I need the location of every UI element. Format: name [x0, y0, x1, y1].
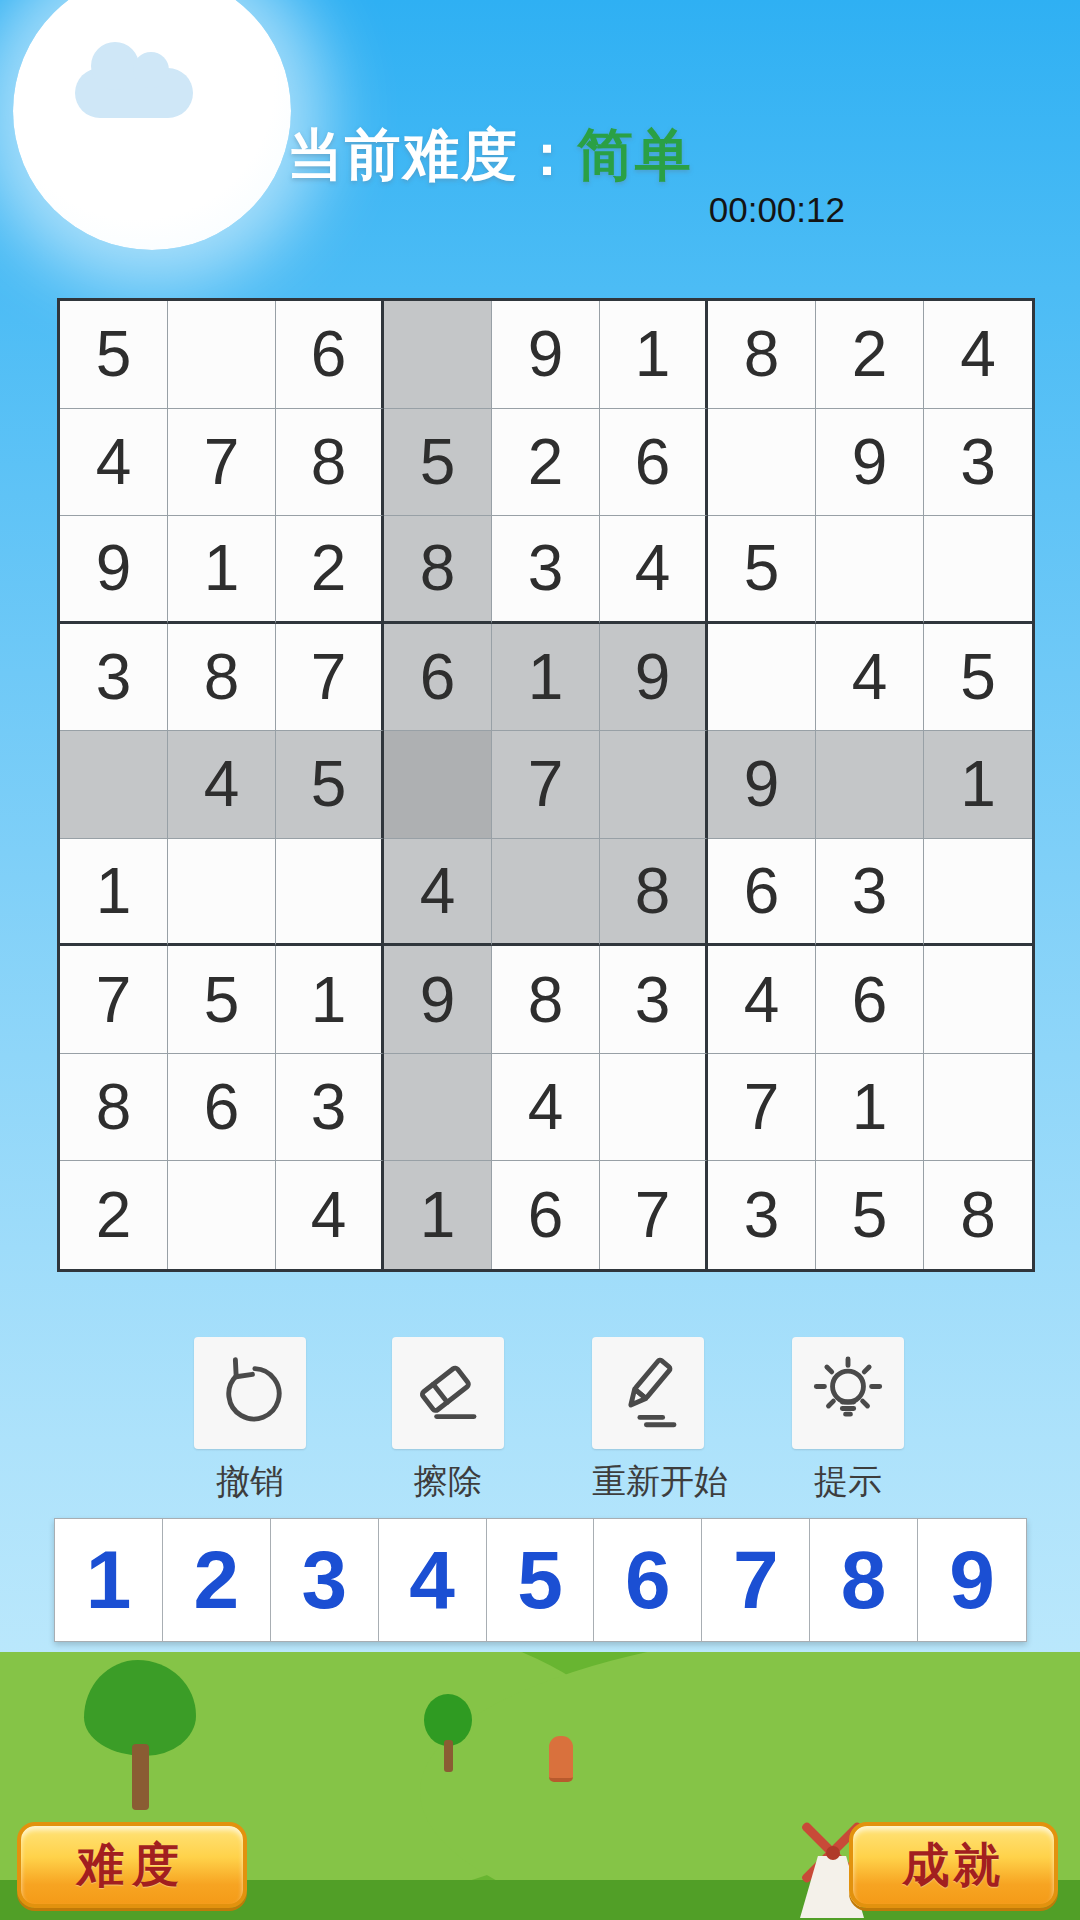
- sudoku-cell-r8c5[interactable]: 4: [492, 1054, 600, 1162]
- eraser-icon: [392, 1337, 504, 1449]
- sudoku-cell-r8c6[interactable]: [600, 1054, 708, 1162]
- sudoku-cell-r4c1[interactable]: 3: [60, 624, 168, 732]
- numpad-key-4[interactable]: 4: [379, 1519, 487, 1641]
- restart-button[interactable]: 重新开始: [592, 1337, 704, 1505]
- sudoku-cell-r4c6[interactable]: 9: [600, 624, 708, 732]
- sudoku-cell-r4c4[interactable]: 6: [384, 624, 492, 732]
- sudoku-cell-r7c1[interactable]: 7: [60, 946, 168, 1054]
- sudoku-cell-r3c8[interactable]: [816, 516, 924, 624]
- sudoku-cell-r8c4[interactable]: [384, 1054, 492, 1162]
- sudoku-cell-r2c5[interactable]: 2: [492, 409, 600, 517]
- page-title: 当前难度：简单: [0, 118, 980, 194]
- sudoku-cell-r1c2[interactable]: [168, 301, 276, 409]
- sudoku-cell-r1c7[interactable]: 8: [708, 301, 816, 409]
- sudoku-cell-r4c8[interactable]: 4: [816, 624, 924, 732]
- sudoku-cell-r7c5[interactable]: 8: [492, 946, 600, 1054]
- numpad-key-8[interactable]: 8: [810, 1519, 918, 1641]
- sudoku-cell-r6c1[interactable]: 1: [60, 839, 168, 947]
- sudoku-cell-r5c8[interactable]: [816, 731, 924, 839]
- sudoku-cell-r3c2[interactable]: 1: [168, 516, 276, 624]
- sudoku-cell-r9c6[interactable]: 7: [600, 1161, 708, 1269]
- hint-button[interactable]: 提示: [792, 1337, 904, 1505]
- sudoku-cell-r6c6[interactable]: 8: [600, 839, 708, 947]
- sudoku-cell-r2c7[interactable]: [708, 409, 816, 517]
- numpad-key-3[interactable]: 3: [271, 1519, 379, 1641]
- sudoku-cell-r6c9[interactable]: [924, 839, 1032, 947]
- sudoku-cell-r7c7[interactable]: 4: [708, 946, 816, 1054]
- sudoku-cell-r6c3[interactable]: [276, 839, 384, 947]
- sudoku-cell-r3c6[interactable]: 4: [600, 516, 708, 624]
- sudoku-cell-r1c8[interactable]: 2: [816, 301, 924, 409]
- sudoku-cell-r9c3[interactable]: 4: [276, 1161, 384, 1269]
- sudoku-cell-r4c9[interactable]: 5: [924, 624, 1032, 732]
- sudoku-cell-r9c8[interactable]: 5: [816, 1161, 924, 1269]
- sudoku-cell-r9c1[interactable]: 2: [60, 1161, 168, 1269]
- sudoku-board: 5691824478526939128345387619454579114863…: [57, 298, 1035, 1272]
- sudoku-cell-r7c6[interactable]: 3: [600, 946, 708, 1054]
- numpad-key-5[interactable]: 5: [487, 1519, 595, 1641]
- achievement-button[interactable]: 成就: [849, 1822, 1058, 1908]
- sudoku-cell-r8c9[interactable]: [924, 1054, 1032, 1162]
- sudoku-cell-r1c9[interactable]: 4: [924, 301, 1032, 409]
- sudoku-cell-r1c5[interactable]: 9: [492, 301, 600, 409]
- erase-label: 擦除: [414, 1459, 482, 1505]
- sudoku-cell-r6c2[interactable]: [168, 839, 276, 947]
- sudoku-cell-r2c1[interactable]: 4: [60, 409, 168, 517]
- sudoku-cell-r6c7[interactable]: 6: [708, 839, 816, 947]
- sudoku-cell-r2c3[interactable]: 8: [276, 409, 384, 517]
- sudoku-cell-r3c4[interactable]: 8: [384, 516, 492, 624]
- sudoku-cell-r2c2[interactable]: 7: [168, 409, 276, 517]
- sudoku-cell-r5c1[interactable]: [60, 731, 168, 839]
- sudoku-cell-r8c7[interactable]: 7: [708, 1054, 816, 1162]
- sudoku-cell-r6c8[interactable]: 3: [816, 839, 924, 947]
- sudoku-cell-r8c2[interactable]: 6: [168, 1054, 276, 1162]
- sudoku-cell-r3c9[interactable]: [924, 516, 1032, 624]
- sudoku-cell-r5c5[interactable]: 7: [492, 731, 600, 839]
- undo-icon: [194, 1337, 306, 1449]
- sudoku-cell-r3c1[interactable]: 9: [60, 516, 168, 624]
- sudoku-cell-r3c3[interactable]: 2: [276, 516, 384, 624]
- sudoku-cell-r2c8[interactable]: 9: [816, 409, 924, 517]
- sudoku-cell-r9c5[interactable]: 6: [492, 1161, 600, 1269]
- sudoku-cell-r5c3[interactable]: 5: [276, 731, 384, 839]
- restart-label: 重新开始: [592, 1459, 728, 1505]
- sudoku-cell-r2c4[interactable]: 5: [384, 409, 492, 517]
- sudoku-cell-r1c6[interactable]: 1: [600, 301, 708, 409]
- lightbulb-icon: [792, 1337, 904, 1449]
- sudoku-cell-r1c1[interactable]: 5: [60, 301, 168, 409]
- sudoku-cell-r4c2[interactable]: 8: [168, 624, 276, 732]
- sudoku-cell-r3c5[interactable]: 3: [492, 516, 600, 624]
- erase-button[interactable]: 擦除: [392, 1337, 504, 1505]
- numpad-key-7[interactable]: 7: [702, 1519, 810, 1641]
- sudoku-app: 当前难度：简单 00:00:12 56918244785269391283453…: [0, 0, 1080, 1920]
- difficulty-button[interactable]: 难度: [17, 1822, 247, 1908]
- sudoku-cell-r2c6[interactable]: 6: [600, 409, 708, 517]
- undo-button[interactable]: 撤销: [194, 1337, 306, 1505]
- sudoku-cell-r5c7[interactable]: 9: [708, 731, 816, 839]
- sudoku-cell-r6c5[interactable]: [492, 839, 600, 947]
- difficulty-value: 简单: [577, 123, 693, 186]
- sudoku-cell-r5c4[interactable]: [384, 731, 492, 839]
- sudoku-cell-r7c9[interactable]: [924, 946, 1032, 1054]
- sudoku-cell-r5c2[interactable]: 4: [168, 731, 276, 839]
- sudoku-cell-r9c7[interactable]: 3: [708, 1161, 816, 1269]
- sudoku-cell-r8c8[interactable]: 1: [816, 1054, 924, 1162]
- number-pad: 123456789: [54, 1518, 1027, 1642]
- sudoku-cell-r6c4[interactable]: 4: [384, 839, 492, 947]
- sudoku-cell-r9c2[interactable]: [168, 1161, 276, 1269]
- sudoku-cell-r7c2[interactable]: 5: [168, 946, 276, 1054]
- sudoku-cell-r9c4[interactable]: 1: [384, 1161, 492, 1269]
- sudoku-cell-r5c9[interactable]: 1: [924, 731, 1032, 839]
- numpad-key-6[interactable]: 6: [594, 1519, 702, 1641]
- sudoku-cell-r1c4[interactable]: [384, 301, 492, 409]
- tree-icon: [84, 1660, 196, 1810]
- numpad-key-9[interactable]: 9: [918, 1519, 1026, 1641]
- sudoku-cell-r7c8[interactable]: 6: [816, 946, 924, 1054]
- sudoku-cell-r4c7[interactable]: [708, 624, 816, 732]
- sudoku-cell-r4c5[interactable]: 1: [492, 624, 600, 732]
- timer: 00:00:12: [705, 190, 845, 230]
- sudoku-cell-r7c4[interactable]: 9: [384, 946, 492, 1054]
- pencil-icon: [592, 1337, 704, 1449]
- numpad-key-1[interactable]: 1: [55, 1519, 163, 1641]
- hydrant-icon: [549, 1736, 573, 1782]
- hint-label: 提示: [814, 1459, 882, 1505]
- sudoku-cell-r3c7[interactable]: 5: [708, 516, 816, 624]
- sudoku-cell-r1c3[interactable]: 6: [276, 301, 384, 409]
- sudoku-cell-r4c3[interactable]: 7: [276, 624, 384, 732]
- numpad-key-2[interactable]: 2: [163, 1519, 271, 1641]
- cloud-icon: [75, 68, 193, 118]
- small-tree-icon: [424, 1694, 472, 1774]
- sudoku-cell-r2c9[interactable]: 3: [924, 409, 1032, 517]
- difficulty-prefix: 当前难度：: [287, 123, 577, 186]
- sudoku-cell-r7c3[interactable]: 1: [276, 946, 384, 1054]
- sudoku-cell-r8c3[interactable]: 3: [276, 1054, 384, 1162]
- undo-label: 撤销: [216, 1459, 284, 1505]
- sudoku-cell-r5c6[interactable]: [600, 731, 708, 839]
- sudoku-cell-r9c9[interactable]: 8: [924, 1161, 1032, 1269]
- sudoku-cell-r8c1[interactable]: 8: [60, 1054, 168, 1162]
